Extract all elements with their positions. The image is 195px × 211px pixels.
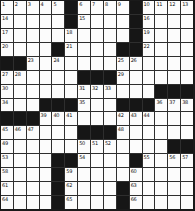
cell-r2c8[interactable]: [91, 15, 103, 28]
cell-r13c11[interactable]: 60: [130, 168, 142, 181]
cell-r4c14[interactable]: [168, 43, 180, 56]
cell-r2c15[interactable]: [181, 15, 193, 28]
cell-r10c5[interactable]: [52, 126, 64, 139]
clue-number-5: 5: [53, 1, 56, 7]
cell-r1c2[interactable]: 2: [14, 1, 26, 14]
cell-r13c1[interactable]: 58: [1, 168, 13, 181]
block-r7c15: [181, 85, 193, 98]
clue-number-11: 11: [156, 1, 162, 7]
block-r4c11: [130, 43, 142, 56]
cell-r5c7[interactable]: [78, 57, 90, 70]
cell-r13c9[interactable]: [104, 168, 116, 181]
clue-number-17: 17: [2, 29, 8, 35]
cell-r15c12[interactable]: [143, 196, 155, 209]
block-r8c11: [130, 99, 142, 112]
cell-r11c2[interactable]: [14, 140, 26, 153]
cell-r5c11[interactable]: 26: [130, 57, 142, 70]
cell-r11c11[interactable]: [130, 140, 142, 153]
cell-r14c8[interactable]: [91, 182, 103, 195]
cell-r6c14[interactable]: [168, 71, 180, 84]
cell-r6c12[interactable]: [143, 71, 155, 84]
cell-r14c14[interactable]: [168, 182, 180, 195]
cell-r6c11[interactable]: [130, 71, 142, 84]
clue-number-6: 6: [79, 1, 82, 7]
cell-r6c5[interactable]: [52, 71, 64, 84]
cell-r7c11[interactable]: [130, 85, 142, 98]
clue-number-12: 12: [169, 1, 175, 7]
cell-r6c13[interactable]: [155, 71, 167, 84]
cell-r12c3[interactable]: [27, 154, 39, 167]
cell-r11c13[interactable]: [155, 140, 167, 153]
cell-r9c6[interactable]: 41: [65, 112, 77, 125]
cell-r2c2[interactable]: [14, 15, 26, 28]
cell-r1c5[interactable]: 5: [52, 1, 64, 14]
cell-r9c7[interactable]: [78, 112, 90, 125]
clue-number-25: 25: [118, 57, 124, 63]
cell-r3c4[interactable]: [40, 29, 52, 42]
clue-number-43: 43: [131, 112, 137, 118]
cell-r7c10[interactable]: [117, 85, 129, 98]
cell-r8c15[interactable]: 38: [181, 99, 193, 112]
block-r9c3: [27, 112, 39, 125]
cell-r3c3[interactable]: [27, 29, 39, 42]
clue-number-15: 15: [79, 15, 85, 21]
cell-r9c13[interactable]: [155, 112, 167, 125]
cell-r15c4[interactable]: [40, 196, 52, 209]
cell-r9c11[interactable]: 43: [130, 112, 142, 125]
block-r9c1: [1, 112, 13, 125]
clue-number-46: 46: [15, 126, 21, 132]
cell-r10c12[interactable]: [143, 126, 155, 139]
cell-r3c13[interactable]: [155, 29, 167, 42]
cell-r6c10[interactable]: 29: [117, 71, 129, 84]
block-r14c5: [52, 182, 64, 195]
cell-r8c13[interactable]: 36: [155, 99, 167, 112]
cell-r15c3[interactable]: [27, 196, 39, 209]
cell-r13c7[interactable]: [78, 168, 90, 181]
block-r6c9: [104, 71, 116, 84]
cell-r1c7[interactable]: 6: [78, 1, 90, 14]
cell-r14c3[interactable]: [27, 182, 39, 195]
clue-number-7: 7: [92, 1, 95, 7]
clue-number-55: 55: [144, 154, 150, 160]
cell-r15c6[interactable]: 65: [65, 196, 77, 209]
cell-r9c4[interactable]: 39: [40, 112, 52, 125]
cell-r13c13[interactable]: [155, 168, 167, 181]
block-r13c5: [52, 168, 64, 181]
cell-r5c13[interactable]: [155, 57, 167, 70]
clue-number-48: 48: [118, 126, 124, 132]
cell-r12c15[interactable]: 57: [181, 154, 193, 167]
cell-r3c5[interactable]: [52, 29, 64, 42]
cell-r2c7[interactable]: 15: [78, 15, 90, 28]
clue-number-60: 60: [131, 168, 137, 174]
cell-r9c15[interactable]: [181, 112, 193, 125]
cell-r12c8[interactable]: [91, 154, 103, 167]
block-r2c6: [65, 15, 77, 28]
cell-r1c9[interactable]: 8: [104, 1, 116, 14]
cell-r5c3[interactable]: 23: [27, 57, 39, 70]
clue-number-28: 28: [15, 71, 21, 77]
cell-r14c4[interactable]: [40, 182, 52, 195]
cell-r2c1[interactable]: 14: [1, 15, 13, 28]
cell-r10c11[interactable]: [130, 126, 142, 139]
clue-number-64: 64: [2, 196, 8, 202]
clue-number-21: 21: [66, 43, 72, 49]
cell-r12c10[interactable]: [117, 154, 129, 167]
block-r14c10: [117, 182, 129, 195]
cell-r13c8[interactable]: [91, 168, 103, 181]
clue-number-52: 52: [105, 140, 111, 146]
block-r6c7: [78, 71, 90, 84]
cell-r5c15[interactable]: [181, 57, 193, 70]
cell-r4c15[interactable]: [181, 43, 193, 56]
cell-r1c10[interactable]: 9: [117, 1, 129, 14]
cell-r1c14[interactable]: 12: [168, 1, 180, 14]
clue-number-19: 19: [144, 29, 150, 35]
cell-r15c7[interactable]: [78, 196, 90, 209]
cell-r13c2[interactable]: [14, 168, 26, 181]
cell-r4c12[interactable]: 22: [143, 43, 155, 56]
cell-r10c4[interactable]: [40, 126, 52, 139]
cell-r11c9[interactable]: 52: [104, 140, 116, 153]
cell-r2c12[interactable]: 16: [143, 15, 155, 28]
block-r4c5: [52, 43, 64, 56]
cell-r9c9[interactable]: [104, 112, 116, 125]
cell-r9c12[interactable]: 44: [143, 112, 155, 125]
clue-number-16: 16: [144, 15, 150, 21]
cell-r4c6[interactable]: 21: [65, 43, 77, 56]
cell-r4c3[interactable]: [27, 43, 39, 56]
cell-r7c3[interactable]: [27, 85, 39, 98]
crossword-grid: 1234567891011121314151617181920212223242…: [0, 0, 195, 211]
cell-r5c8[interactable]: [91, 57, 103, 70]
clue-number-65: 65: [66, 196, 72, 202]
clue-number-23: 23: [28, 57, 34, 63]
cell-r9c8[interactable]: [91, 112, 103, 125]
clue-number-24: 24: [53, 57, 59, 63]
clue-number-35: 35: [79, 99, 85, 105]
cell-r15c8[interactable]: [91, 196, 103, 209]
cell-r7c1[interactable]: 30: [1, 85, 13, 98]
block-r5c1: [1, 57, 13, 70]
block-r12c11: [130, 154, 142, 167]
cell-r11c6[interactable]: [65, 140, 77, 153]
cell-r12c13[interactable]: [155, 154, 167, 167]
cell-r2c10[interactable]: [117, 15, 129, 28]
cell-r11c5[interactable]: [52, 140, 64, 153]
clue-number-36: 36: [156, 99, 162, 105]
cell-r14c7[interactable]: [78, 182, 90, 195]
crossword-page: 1234567891011121314151617181920212223242…: [0, 0, 195, 211]
cell-r15c9[interactable]: [104, 196, 116, 209]
cell-r4c4[interactable]: [40, 43, 52, 56]
clue-number-18: 18: [66, 29, 72, 35]
clue-number-51: 51: [92, 140, 98, 146]
cell-r5c5[interactable]: 24: [52, 57, 64, 70]
cell-r11c7[interactable]: 50: [78, 140, 90, 153]
cell-r12c14[interactable]: 56: [168, 154, 180, 167]
clue-number-66: 66: [131, 196, 137, 202]
clue-number-53: 53: [2, 154, 8, 160]
block-r4c10: [117, 43, 129, 56]
cell-r14c9[interactable]: [104, 182, 116, 195]
block-r3c11: [130, 29, 142, 42]
clue-number-8: 8: [105, 1, 108, 7]
cell-r4c7[interactable]: [78, 43, 90, 56]
cell-r13c3[interactable]: [27, 168, 39, 181]
cell-r8c7[interactable]: 35: [78, 99, 90, 112]
cell-r12c4[interactable]: [40, 154, 52, 167]
clue-number-39: 39: [41, 112, 47, 118]
cell-r2c9[interactable]: [104, 15, 116, 28]
cell-r9c5[interactable]: 40: [52, 112, 64, 125]
cell-r8c8[interactable]: [91, 99, 103, 112]
block-r10c9: [104, 126, 116, 139]
cell-r13c4[interactable]: [40, 168, 52, 181]
cell-r10c1[interactable]: 45: [1, 126, 13, 139]
cell-r3c2[interactable]: [14, 29, 26, 42]
cell-r3c7[interactable]: [78, 29, 90, 42]
cell-r7c5[interactable]: [52, 85, 64, 98]
cell-r13c14[interactable]: [168, 168, 180, 181]
cell-r15c1[interactable]: 64: [1, 196, 13, 209]
clue-number-59: 59: [66, 168, 72, 174]
clue-number-44: 44: [144, 112, 150, 118]
cell-r1c3[interactable]: 3: [27, 1, 39, 14]
clue-number-49: 49: [2, 140, 8, 146]
clue-number-50: 50: [79, 140, 85, 146]
clue-number-40: 40: [53, 112, 59, 118]
cell-r5c12[interactable]: [143, 57, 155, 70]
cell-r8c1[interactable]: 34: [1, 99, 13, 112]
cell-r10c15[interactable]: [181, 126, 193, 139]
cell-r14c1[interactable]: 61: [1, 182, 13, 195]
clue-number-33: 33: [105, 85, 111, 91]
cell-r8c3[interactable]: [27, 99, 39, 112]
cell-r1c8[interactable]: 7: [91, 1, 103, 14]
block-r15c5: [52, 196, 64, 209]
clue-number-45: 45: [2, 126, 8, 132]
cell-r9c10[interactable]: 42: [117, 112, 129, 125]
cell-r7c12[interactable]: [143, 85, 155, 98]
cell-r4c8[interactable]: [91, 43, 103, 56]
clue-number-56: 56: [169, 154, 175, 160]
cell-r6c6[interactable]: [65, 71, 77, 84]
cell-r2c4[interactable]: [40, 15, 52, 28]
cell-r8c9[interactable]: [104, 99, 116, 112]
clue-number-57: 57: [182, 154, 188, 160]
block-r6c8: [91, 71, 103, 84]
cell-r14c13[interactable]: [155, 182, 167, 195]
cell-r12c12[interactable]: 55: [143, 154, 155, 167]
clue-number-27: 27: [2, 71, 8, 77]
cell-r3c10[interactable]: [117, 29, 129, 42]
cell-r11c12[interactable]: [143, 140, 155, 153]
cell-r14c11[interactable]: 63: [130, 182, 142, 195]
cell-r13c12[interactable]: [143, 168, 155, 181]
cell-r1c12[interactable]: 10: [143, 1, 155, 14]
block-r8c10: [117, 99, 129, 112]
cell-r15c14[interactable]: [168, 196, 180, 209]
cell-r5c14[interactable]: [168, 57, 180, 70]
clue-number-9: 9: [118, 1, 121, 7]
clue-number-13: 13: [182, 1, 188, 7]
cell-r13c10[interactable]: [117, 168, 129, 181]
cell-r2c3[interactable]: [27, 15, 39, 28]
cell-r11c10[interactable]: [117, 140, 129, 153]
cell-r3c1[interactable]: 17: [1, 29, 13, 42]
cell-r2c13[interactable]: [155, 15, 167, 28]
cell-r15c11[interactable]: 66: [130, 196, 142, 209]
cell-r3c12[interactable]: 19: [143, 29, 155, 42]
cell-r9c14[interactable]: [168, 112, 180, 125]
cell-r8c14[interactable]: 37: [168, 99, 180, 112]
clue-number-20: 20: [2, 43, 8, 49]
cell-r10c6[interactable]: [65, 126, 77, 139]
cell-r12c1[interactable]: 53: [1, 154, 13, 167]
clue-number-31: 31: [79, 85, 85, 91]
cell-r11c4[interactable]: [40, 140, 52, 153]
cell-r1c15[interactable]: 13: [181, 1, 193, 14]
cell-r7c4[interactable]: [40, 85, 52, 98]
block-r2c11: [130, 15, 142, 28]
cell-r7c2[interactable]: [14, 85, 26, 98]
clue-number-41: 41: [66, 112, 72, 118]
clue-number-32: 32: [92, 85, 98, 91]
clue-number-47: 47: [28, 126, 34, 132]
clue-number-22: 22: [144, 43, 150, 49]
cell-r11c1[interactable]: 49: [1, 140, 13, 153]
clue-number-62: 62: [66, 182, 72, 188]
cell-r7c9[interactable]: 33: [104, 85, 116, 98]
cell-r14c12[interactable]: [143, 182, 155, 195]
clue-number-37: 37: [169, 99, 175, 105]
clue-number-58: 58: [2, 168, 8, 174]
cell-r10c3[interactable]: 47: [27, 126, 39, 139]
clue-number-26: 26: [131, 57, 137, 63]
cell-r1c4[interactable]: 4: [40, 1, 52, 14]
cell-r11c3[interactable]: [27, 140, 39, 153]
cell-r6c3[interactable]: [27, 71, 39, 84]
clue-number-10: 10: [144, 1, 150, 7]
cell-r7c6[interactable]: [65, 85, 77, 98]
cell-r12c9[interactable]: [104, 154, 116, 167]
cell-r7c7[interactable]: 31: [78, 85, 90, 98]
cell-r1c1[interactable]: 1: [1, 1, 13, 14]
cell-r13c6[interactable]: 59: [65, 168, 77, 181]
clue-number-34: 34: [2, 99, 8, 105]
cell-r4c9[interactable]: [104, 43, 116, 56]
cell-r12c2[interactable]: [14, 154, 26, 167]
clue-number-61: 61: [2, 182, 8, 188]
block-r1c11: [130, 1, 142, 14]
clue-number-54: 54: [79, 154, 85, 160]
cell-r6c1[interactable]: 27: [1, 71, 13, 84]
block-r1c6: [65, 1, 77, 14]
cell-r6c2[interactable]: 28: [14, 71, 26, 84]
clue-number-1: 1: [2, 1, 5, 7]
cell-r3c15[interactable]: [181, 29, 193, 42]
cell-r5c10[interactable]: 25: [117, 57, 129, 70]
cell-r12c7[interactable]: 54: [78, 154, 90, 167]
cell-r15c13[interactable]: [155, 196, 167, 209]
cell-r4c1[interactable]: 20: [1, 43, 13, 56]
cell-r3c6[interactable]: 18: [65, 29, 77, 42]
cell-r5c9[interactable]: [104, 57, 116, 70]
block-r7c14: [168, 85, 180, 98]
block-r15c10: [117, 196, 129, 209]
block-r8c12: [143, 99, 155, 112]
cell-r3c8[interactable]: [91, 29, 103, 42]
cell-r8c2[interactable]: [14, 99, 26, 112]
cell-r10c13[interactable]: [155, 126, 167, 139]
block-r11c15: [181, 140, 193, 153]
block-r10c7: [78, 126, 90, 139]
block-r11c14: [168, 140, 180, 153]
cell-r10c10[interactable]: 48: [117, 126, 129, 139]
cell-r3c14[interactable]: [168, 29, 180, 42]
cell-r14c6[interactable]: 62: [65, 182, 77, 195]
clue-number-30: 30: [2, 85, 8, 91]
block-r7c13: [155, 85, 167, 98]
clue-number-38: 38: [182, 99, 188, 105]
block-r9c2: [14, 112, 26, 125]
cell-r10c14[interactable]: [168, 126, 180, 139]
cell-r14c15[interactable]: [181, 182, 193, 195]
cell-r11c8[interactable]: 51: [91, 140, 103, 153]
clue-number-3: 3: [28, 1, 31, 7]
cell-r3c9[interactable]: [104, 29, 116, 42]
cell-r15c15[interactable]: [181, 196, 193, 209]
cell-r7c8[interactable]: 32: [91, 85, 103, 98]
cell-r6c15[interactable]: [181, 71, 193, 84]
clue-number-63: 63: [131, 182, 137, 188]
cell-r5c6[interactable]: [65, 57, 77, 70]
block-r12c5: [52, 154, 64, 167]
clue-number-14: 14: [2, 15, 8, 21]
clue-number-4: 4: [41, 1, 44, 7]
cell-r10c2[interactable]: 46: [14, 126, 26, 139]
cell-r2c14[interactable]: [168, 15, 180, 28]
cell-r1c13[interactable]: 11: [155, 1, 167, 14]
cell-r2c5[interactable]: [52, 15, 64, 28]
clue-number-2: 2: [15, 1, 18, 7]
block-r12c6: [65, 154, 77, 167]
block-r8c4: [40, 99, 52, 112]
block-r8c5: [52, 99, 64, 112]
block-r5c2: [14, 57, 26, 70]
cell-r4c13[interactable]: [155, 43, 167, 56]
block-r10c8: [91, 126, 103, 139]
clue-number-42: 42: [118, 112, 124, 118]
block-r8c6: [65, 99, 77, 112]
cell-r5c4[interactable]: [40, 57, 52, 70]
clue-number-29: 29: [118, 71, 124, 77]
cell-r6c4[interactable]: [40, 71, 52, 84]
cell-r14c2[interactable]: [14, 182, 26, 195]
cell-r15c2[interactable]: [14, 196, 26, 209]
cell-r13c15[interactable]: [181, 168, 193, 181]
cell-r4c2[interactable]: [14, 43, 26, 56]
